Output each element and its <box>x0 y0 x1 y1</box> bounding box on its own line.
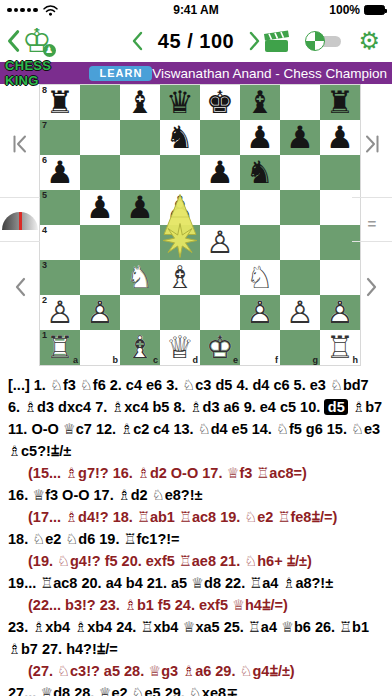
piece-white-p-f2: ♟♙ <box>240 295 280 330</box>
square-d6[interactable] <box>160 155 200 190</box>
move-text: 23. ♗xb4 ♗xb4 24. ♖xb4 ♕xa5 25. ♖a4 ♕b6 … <box>8 619 369 657</box>
evaluation-gauge[interactable] <box>2 212 38 230</box>
move-list: [...] 1. ♘f3 ♘f6 2. c4 e6 3. ♘c3 d5 4. d… <box>0 374 392 696</box>
clapperboard-icon[interactable] <box>263 30 290 53</box>
move-text: (19. ♘g4!? f5 20. exf5 ♖ae8 21. ♘h6+ ⩲/±… <box>28 553 312 569</box>
piece-black-p-b5: ♟ <box>80 190 120 225</box>
piece-black-p-g7: ♟ <box>280 120 320 155</box>
screen: 9:41 AM 100% ♔♟ 45 / 100 <box>0 0 392 696</box>
rank-label-6: 6 <box>42 155 47 165</box>
chess-board-grid: 8♜♝♛♚♝♜7♞♟♟♟6♟♟♞5♟♟♟♙4♟♙3♞♘♝♗♞♘2♟♙♟♙♟♙♟♙… <box>40 85 360 365</box>
file-label-h: h <box>353 355 359 365</box>
checkered-board-icon <box>305 31 325 51</box>
move-text: 16. ♕f3 O-O 17. ♗d2 ♘e8?!± <box>8 487 202 503</box>
piece-white-p-g2: ♟♙ <box>280 295 320 330</box>
square-e2[interactable] <box>200 295 240 330</box>
status-bar: 9:41 AM 100% <box>0 0 392 20</box>
separator <box>352 197 392 198</box>
square-e5[interactable] <box>200 190 240 225</box>
file-label-f: f <box>275 355 278 365</box>
square-g3[interactable] <box>280 260 320 295</box>
square-a1[interactable]: 1a♜♖ <box>40 330 80 365</box>
square-g6[interactable] <box>280 155 320 190</box>
square-a2[interactable]: 2♟♙ <box>40 295 80 330</box>
square-d1[interactable]: d♛♕ <box>160 330 200 365</box>
piece-white-p-d5: ♟♙ <box>160 190 200 225</box>
square-g7[interactable]: ♟ <box>280 120 320 155</box>
square-c4[interactable] <box>120 225 160 260</box>
piece-black-n-d7: ♞ <box>160 120 200 155</box>
main-line-2[interactable]: 16. ♕f3 O-O 17. ♗d2 ♘e8?!± <box>8 484 384 506</box>
main-line-8[interactable]: 23. ♗xb4 ♗xb4 24. ♖xb4 ♕xa5 25. ♖a4 ♕b6 … <box>8 616 384 660</box>
main-line-4[interactable]: 18. ♘e2 ♘d6 19. ♖fc1?!= <box>8 528 384 550</box>
square-c3[interactable]: ♞♘ <box>120 260 160 295</box>
square-a8[interactable]: 8♜ <box>40 85 80 120</box>
rank-label-8: 8 <box>42 85 47 95</box>
square-b5[interactable]: ♟ <box>80 190 120 225</box>
next-position-chevron[interactable] <box>249 31 261 51</box>
piece-black-n-f6: ♞ <box>240 155 280 190</box>
square-a6[interactable]: 6♟ <box>40 155 80 190</box>
square-f5[interactable] <box>240 190 280 225</box>
square-c7[interactable] <box>120 120 160 155</box>
piece-black-k-e8: ♚ <box>200 85 240 120</box>
piece-black-p-e6: ♟ <box>200 155 240 190</box>
square-a7[interactable]: 7 <box>40 120 80 155</box>
square-g4[interactable] <box>280 225 320 260</box>
square-b7[interactable] <box>80 120 120 155</box>
square-g1[interactable]: g <box>280 330 320 365</box>
variation-line-7[interactable]: (22... b3!? 23. ♗b1 f5 24. exf5 ♕h4⩲/=) <box>8 594 384 616</box>
file-label-b: b <box>113 355 119 365</box>
square-e6[interactable]: ♟ <box>200 155 240 190</box>
chess-board: 8♜♝♛♚♝♜7♞♟♟♟6♟♟♞5♟♟♟♙4♟♙3♞♘♝♗♞♘2♟♙♟♙♟♙♟♙… <box>40 85 360 365</box>
main-line-6[interactable]: 19... ♖ac8 20. a4 b4 21. a5 ♕d8 22. ♖a4 … <box>8 572 384 594</box>
move-text: 27... ♕d8 28. ♕e2 ♘e5 29. ♘xe8∓ <box>8 685 238 696</box>
go-to-start-button[interactable] <box>0 133 40 155</box>
evaluation-symbol: = <box>352 215 392 232</box>
square-g5[interactable] <box>280 190 320 225</box>
square-c5[interactable]: ♟ <box>120 190 160 225</box>
square-h7[interactable]: ♟ <box>320 120 360 155</box>
separator <box>0 241 40 242</box>
square-f6[interactable]: ♞ <box>240 155 280 190</box>
gauge-needle-icon <box>19 212 23 230</box>
piece-black-p-c5: ♟ <box>120 190 160 225</box>
move-text: 19... ♖ac8 20. a4 b4 21. a5 ♕d8 22. ♖a4 … <box>8 575 333 591</box>
square-d3[interactable]: ♝♗ <box>160 260 200 295</box>
square-d5[interactable]: ♟♙ <box>160 190 200 225</box>
piece-white-p-b2: ♟♙ <box>80 295 120 330</box>
square-b4[interactable] <box>80 225 120 260</box>
file-label-e: e <box>233 355 238 365</box>
file-label-g: g <box>313 355 319 365</box>
square-c2[interactable] <box>120 295 160 330</box>
square-g2[interactable]: ♟♙ <box>280 295 320 330</box>
rank-label-7: 7 <box>42 120 47 130</box>
learn-badge: LEARN <box>89 66 152 81</box>
variation-line-3[interactable]: (17... ♗d4!? 18. ♖ab1 ♖ac8 19. ♘e2 ♖fe8⩲… <box>8 506 384 528</box>
rank-label-5: 5 <box>42 190 47 200</box>
piece-black-r-h8: ♜ <box>320 85 360 120</box>
square-e8[interactable]: ♚ <box>200 85 240 120</box>
square-a5[interactable]: 5 <box>40 190 80 225</box>
square-h2[interactable]: ♟♙ <box>320 295 360 330</box>
piece-black-p-h7: ♟ <box>320 120 360 155</box>
square-e4[interactable]: ♟♙ <box>200 225 240 260</box>
main-line-10[interactable]: 27... ♕d8 28. ♕e2 ♘e5 29. ♘xe8∓ <box>8 682 384 696</box>
move-text: [...] 1. ♘f3 ♘f6 2. c4 e6 3. ♘c3 d5 4. d… <box>8 377 369 415</box>
file-label-a: a <box>73 355 78 365</box>
prev-position-chevron[interactable] <box>131 31 143 51</box>
battery-percent: 100% <box>329 3 360 17</box>
position-counter: 45 / 100 <box>158 30 234 53</box>
square-f7[interactable]: ♟ <box>240 120 280 155</box>
variation-line-9[interactable]: (27. ♘c3!? a5 28. ♕g3 ♗a6 29. ♘g4⩲/±) <box>8 660 384 682</box>
brand-bar: CHESS KING LEARN Viswanathan Anand - Che… <box>0 62 392 84</box>
piece-white-b-d3: ♝♗ <box>160 260 200 295</box>
battery-icon <box>364 5 385 15</box>
square-b3[interactable] <box>80 260 120 295</box>
square-d2[interactable] <box>160 295 200 330</box>
piece-white-p-e4: ♟♙ <box>200 225 240 260</box>
square-d4[interactable] <box>160 225 200 260</box>
piece-black-b-c8: ♝ <box>120 85 160 120</box>
square-b1[interactable]: b <box>80 330 120 365</box>
square-h8[interactable]: ♜ <box>320 85 360 120</box>
variation-line-5[interactable]: (19. ♘g4!? f5 20. exf5 ♖ae8 21. ♘h6+ ⩲/±… <box>8 550 384 572</box>
board-view-toggle[interactable] <box>305 31 343 51</box>
move-text: (17... ♗d4!? 18. ♖ab1 ♖ac8 19. ♘e2 ♖fe8⩲… <box>28 509 337 525</box>
piece-white-n-f3: ♞♘ <box>240 260 280 295</box>
piece-black-p-f7: ♟ <box>240 120 280 155</box>
main-line-0[interactable]: [...] 1. ♘f3 ♘f6 2. c4 e6 3. ♘c3 d5 4. d… <box>8 374 384 462</box>
square-b8[interactable] <box>80 85 120 120</box>
move-text: 18. ♘e2 ♘d6 19. ♖fc1?!= <box>8 531 180 547</box>
square-e3[interactable] <box>200 260 240 295</box>
square-f2[interactable]: ♟♙ <box>240 295 280 330</box>
separator <box>0 197 40 198</box>
current-move-chip[interactable]: d5 <box>324 399 348 415</box>
square-b6[interactable] <box>80 155 120 190</box>
square-h1[interactable]: h♜♖ <box>320 330 360 365</box>
square-d8[interactable]: ♛ <box>160 85 200 120</box>
rank-label-2: 2 <box>42 295 47 305</box>
rank-label-4: 4 <box>42 225 47 235</box>
square-h6[interactable] <box>320 155 360 190</box>
variation-line-1[interactable]: (15... ♗g7!? 16. ♗d2 O-O 17. ♕f3 ♖ac8=) <box>8 462 384 484</box>
square-f1[interactable]: f <box>240 330 280 365</box>
settings-gear-icon[interactable]: ⚙ <box>358 29 380 53</box>
square-e1[interactable]: e♚♔ <box>200 330 240 365</box>
square-b2[interactable]: ♟♙ <box>80 295 120 330</box>
prev-move-button[interactable] <box>0 276 40 298</box>
square-f3[interactable]: ♞♘ <box>240 260 280 295</box>
piece-black-q-d8: ♛ <box>160 85 200 120</box>
move-text: (15... ♗g7!? 16. ♗d2 O-O 17. ♕f3 ♖ac8=) <box>28 465 307 481</box>
square-f8[interactable]: ♝ <box>240 85 280 120</box>
square-c8[interactable]: ♝ <box>120 85 160 120</box>
square-c6[interactable] <box>120 155 160 190</box>
separator <box>352 241 392 242</box>
nav-bar: ♔♟ 45 / 100 ⚙ <box>0 20 392 62</box>
piece-black-b-f8: ♝ <box>240 85 280 120</box>
file-label-c: c <box>153 355 158 365</box>
square-g8[interactable] <box>280 85 320 120</box>
piece-white-p-h2: ♟♙ <box>320 295 360 330</box>
square-f4[interactable] <box>240 225 280 260</box>
piece-white-n-c3: ♞♘ <box>120 260 160 295</box>
square-d7[interactable]: ♞ <box>160 120 200 155</box>
square-c1[interactable]: c♝♗ <box>120 330 160 365</box>
rank-label-1: 1 <box>42 330 47 340</box>
square-a4[interactable]: 4 <box>40 225 80 260</box>
course-title: Viswanathan Anand - Chess Champion <box>152 66 387 81</box>
square-a3[interactable]: 3 <box>40 260 80 295</box>
rank-label-3: 3 <box>42 260 47 270</box>
move-text: (22... b3!? 23. ♗b1 f5 24. exf5 ♕h4⩲/=) <box>28 597 288 613</box>
square-e7[interactable] <box>200 120 240 155</box>
move-text: (27. ♘c3!? a5 28. ♕g3 ♗a6 29. ♘g4⩲/±) <box>28 663 295 679</box>
file-label-d: d <box>193 355 199 365</box>
